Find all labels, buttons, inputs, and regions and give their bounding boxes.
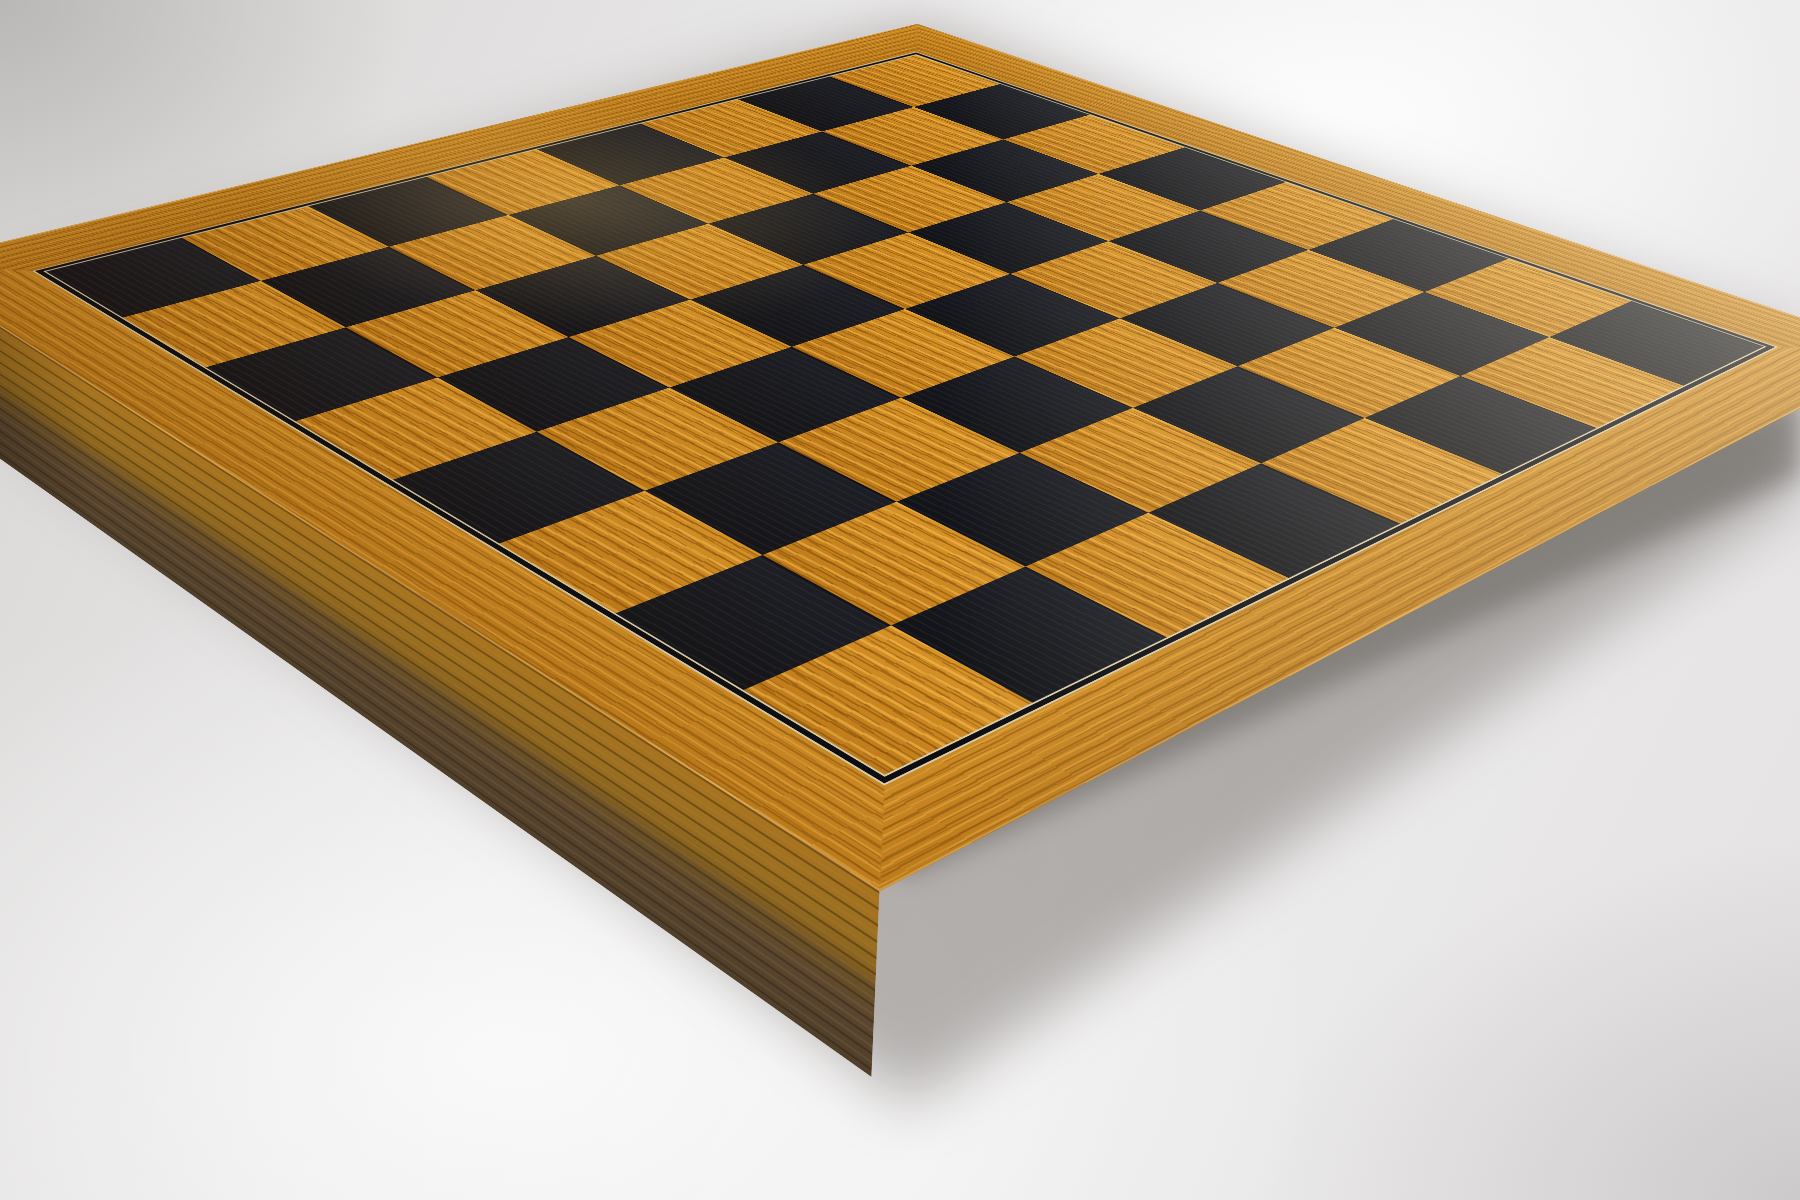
perspective-scene xyxy=(0,0,1800,1200)
chess-board xyxy=(0,24,1800,891)
frame-edge-highlight xyxy=(0,24,1800,891)
photo-stage xyxy=(0,0,1800,1200)
